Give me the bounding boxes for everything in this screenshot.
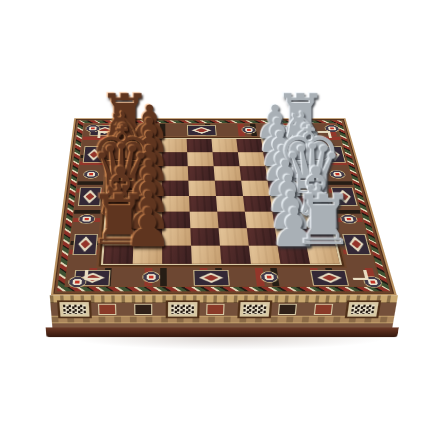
square-b4: [190, 228, 220, 245]
front-red-inlay: [206, 304, 224, 315]
product-photo-stage: ♜♟♟♜♞♟♟♞♝♟♟♝♚♟♟♚♛♟♟♛♝♟♟♝♞♟♟♞♜♟♟♜: [0, 0, 448, 448]
piece-black-rook-a8: ♜: [292, 185, 354, 254]
front-banding-inlay: [50, 295, 398, 303]
square-a5: [220, 246, 251, 264]
square-a8: ♜: [307, 246, 340, 264]
square-f5: [214, 166, 242, 181]
front-checker-inlay: [62, 304, 87, 315]
square-b5: [219, 228, 249, 245]
front-dark-inlay: [278, 304, 297, 315]
front-mosaic-strip: [57, 304, 389, 316]
rosette-inlay: [142, 271, 160, 282]
front-checker-inlay: [242, 304, 268, 315]
chess-board: ♜♟♟♜♞♟♟♞♝♟♟♝♚♟♟♚♛♟♟♛♝♟♟♝♞♟♟♞♜♟♟♜: [103, 139, 339, 264]
perspective-scene: ♜♟♟♜♞♟♟♞♝♟♟♝♚♟♟♚♛♟♟♛♝♟♟♝♞♟♟♞♜♟♟♜: [0, 0, 448, 448]
square-a4: [191, 246, 221, 264]
front-red-inlay: [314, 304, 333, 315]
chess-box: ♜♟♟♜♞♟♟♞♝♟♟♝♚♟♟♚♛♟♟♛♝♟♟♝♞♟♟♞♜♟♟♜: [51, 118, 397, 295]
piece-white-pawn-a2: ♟: [123, 201, 171, 255]
front-checker-inlay: [350, 304, 376, 315]
front-red-inlay: [98, 304, 116, 315]
front-checker-inlay: [170, 304, 195, 315]
square-e4: [188, 181, 216, 196]
square-e5: [215, 181, 243, 196]
square-a2: ♟: [133, 246, 163, 264]
rosette-inlay: [241, 126, 257, 134]
rosette-inlay: [260, 271, 279, 282]
square-c5: [217, 212, 247, 229]
square-f4: [188, 166, 215, 181]
square-h5: [211, 139, 237, 152]
board-top-surface: ♜♟♟♜♞♟♟♞♝♟♟♝♚♟♟♚♛♟♟♛♝♟♟♝♞♟♟♞♜♟♟♜: [51, 118, 397, 295]
base-molding: [46, 327, 399, 337]
front-dark-inlay: [134, 304, 152, 315]
diamond-inlay-medallion: [187, 125, 217, 135]
square-h4: [187, 139, 213, 152]
front-banding-inlay-lower: [51, 317, 394, 323]
square-c4: [190, 212, 219, 229]
box-front-face: [50, 295, 398, 337]
